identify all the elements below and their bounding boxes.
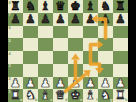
piece-white-rook: ♜	[113, 89, 128, 102]
square-c5[interactable]	[38, 38, 53, 51]
square-f8[interactable]: ♝	[83, 0, 98, 13]
square-d4[interactable]	[53, 51, 68, 64]
square-g4[interactable]	[98, 51, 113, 64]
chess-board[interactable]: 8♜♞♝♛♚♝♞♜7♟♟♟♟♟♟♟♟65432♟♟♟♟♟♟♟♟1a♜b♞c♝d♛…	[8, 0, 128, 102]
piece-white-queen: ♛	[53, 89, 68, 102]
square-f7[interactable]: ♟	[83, 13, 98, 26]
piece-black-pawn: ♟	[23, 13, 38, 26]
square-b7[interactable]: ♟	[23, 13, 38, 26]
rank-label-5: 5	[9, 39, 11, 43]
square-g1[interactable]: g♞	[98, 89, 113, 102]
square-f6[interactable]	[83, 26, 98, 39]
piece-white-king: ♚	[68, 89, 83, 102]
piece-white-bishop: ♝	[38, 89, 53, 102]
square-f5[interactable]	[83, 38, 98, 51]
piece-black-knight: ♞	[23, 0, 38, 13]
square-a3[interactable]: 3	[8, 64, 23, 77]
square-b1[interactable]: b♞	[23, 89, 38, 102]
square-h5[interactable]	[113, 38, 128, 51]
piece-white-rook: ♜	[8, 89, 23, 102]
square-a4[interactable]: 4	[8, 51, 23, 64]
square-a1[interactable]: 1a♜	[8, 89, 23, 102]
piece-black-rook: ♜	[113, 0, 128, 13]
square-f4[interactable]	[83, 51, 98, 64]
square-d1[interactable]: d♛	[53, 89, 68, 102]
square-a8[interactable]: 8♜	[8, 0, 23, 13]
square-e8[interactable]: ♚	[68, 0, 83, 13]
square-h8[interactable]: ♜	[113, 0, 128, 13]
square-f1[interactable]: f♝	[83, 89, 98, 102]
square-d5[interactable]	[53, 38, 68, 51]
square-g5[interactable]	[98, 38, 113, 51]
piece-black-bishop: ♝	[38, 0, 53, 13]
piece-black-knight: ♞	[98, 0, 113, 13]
square-f3[interactable]	[83, 64, 98, 77]
square-e5[interactable]	[68, 38, 83, 51]
square-e6[interactable]	[68, 26, 83, 39]
piece-white-knight: ♞	[98, 89, 113, 102]
piece-white-bishop: ♝	[83, 89, 98, 102]
piece-black-king: ♚	[68, 0, 83, 13]
square-h1[interactable]: h♜	[113, 89, 128, 102]
square-h3[interactable]	[113, 64, 128, 77]
square-c4[interactable]	[38, 51, 53, 64]
piece-black-pawn: ♟	[38, 13, 53, 26]
piece-black-pawn: ♟	[8, 13, 23, 26]
square-b5[interactable]	[23, 38, 38, 51]
square-e3[interactable]	[68, 64, 83, 77]
square-c3[interactable]	[38, 64, 53, 77]
piece-black-pawn: ♟	[53, 13, 68, 26]
square-b3[interactable]	[23, 64, 38, 77]
square-g6[interactable]	[98, 26, 113, 39]
rank-label-4: 4	[9, 52, 11, 56]
square-b6[interactable]	[23, 26, 38, 39]
piece-black-pawn: ♟	[68, 13, 83, 26]
piece-white-knight: ♞	[23, 89, 38, 102]
square-c8[interactable]: ♝	[38, 0, 53, 13]
square-e7[interactable]: ♟	[68, 13, 83, 26]
piece-black-pawn: ♟	[83, 13, 98, 26]
square-a5[interactable]: 5	[8, 38, 23, 51]
square-e4[interactable]	[68, 51, 83, 64]
square-c6[interactable]	[38, 26, 53, 39]
rank-label-6: 6	[9, 26, 11, 30]
square-g7[interactable]: ♟	[98, 13, 113, 26]
square-d8[interactable]: ♛	[53, 0, 68, 13]
rank-label-3: 3	[9, 64, 11, 68]
square-b4[interactable]	[23, 51, 38, 64]
square-h6[interactable]	[113, 26, 128, 39]
square-c1[interactable]: c♝	[38, 89, 53, 102]
square-a7[interactable]: 7♟	[8, 13, 23, 26]
square-c7[interactable]: ♟	[38, 13, 53, 26]
piece-black-queen: ♛	[53, 0, 68, 13]
square-d3[interactable]	[53, 64, 68, 77]
chess-app-stage: 8♜♞♝♛♚♝♞♜7♟♟♟♟♟♟♟♟65432♟♟♟♟♟♟♟♟1a♜b♞c♝d♛…	[0, 0, 136, 102]
square-g8[interactable]: ♞	[98, 0, 113, 13]
piece-black-pawn: ♟	[113, 13, 128, 26]
square-d7[interactable]: ♟	[53, 13, 68, 26]
square-g3[interactable]	[98, 64, 113, 77]
square-e1[interactable]: e♚	[68, 89, 83, 102]
square-b8[interactable]: ♞	[23, 0, 38, 13]
square-d6[interactable]	[53, 26, 68, 39]
piece-black-bishop: ♝	[83, 0, 98, 13]
square-h4[interactable]	[113, 51, 128, 64]
piece-black-rook: ♜	[8, 0, 23, 13]
square-h7[interactable]: ♟	[113, 13, 128, 26]
square-a6[interactable]: 6	[8, 26, 23, 39]
piece-black-pawn: ♟	[98, 13, 113, 26]
